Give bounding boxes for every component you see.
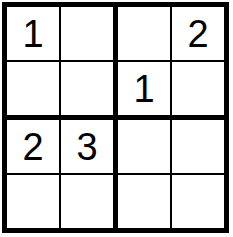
cell-r4c4[interactable] <box>172 175 224 228</box>
sudoku-page: 12123 <box>0 0 233 237</box>
cell-r4c3[interactable] <box>118 175 172 228</box>
cell-r3c2[interactable]: 3 <box>61 120 118 175</box>
cell-r2c3[interactable]: 1 <box>118 62 172 120</box>
cell-r2c1[interactable] <box>7 62 61 120</box>
cell-r3c4[interactable] <box>172 120 224 175</box>
cell-r3c3[interactable] <box>118 120 172 175</box>
cell-r1c1[interactable]: 1 <box>7 7 61 62</box>
cell-r2c2[interactable] <box>61 62 118 120</box>
cell-r1c4[interactable]: 2 <box>172 7 224 62</box>
cell-r4c2[interactable] <box>61 175 118 228</box>
cell-r2c4[interactable] <box>172 62 224 120</box>
cell-r1c2[interactable] <box>61 7 118 62</box>
cell-r4c1[interactable] <box>7 175 61 228</box>
sudoku-board: 12123 <box>2 2 229 233</box>
cell-r3c1[interactable]: 2 <box>7 120 61 175</box>
cell-r1c3[interactable] <box>118 7 172 62</box>
